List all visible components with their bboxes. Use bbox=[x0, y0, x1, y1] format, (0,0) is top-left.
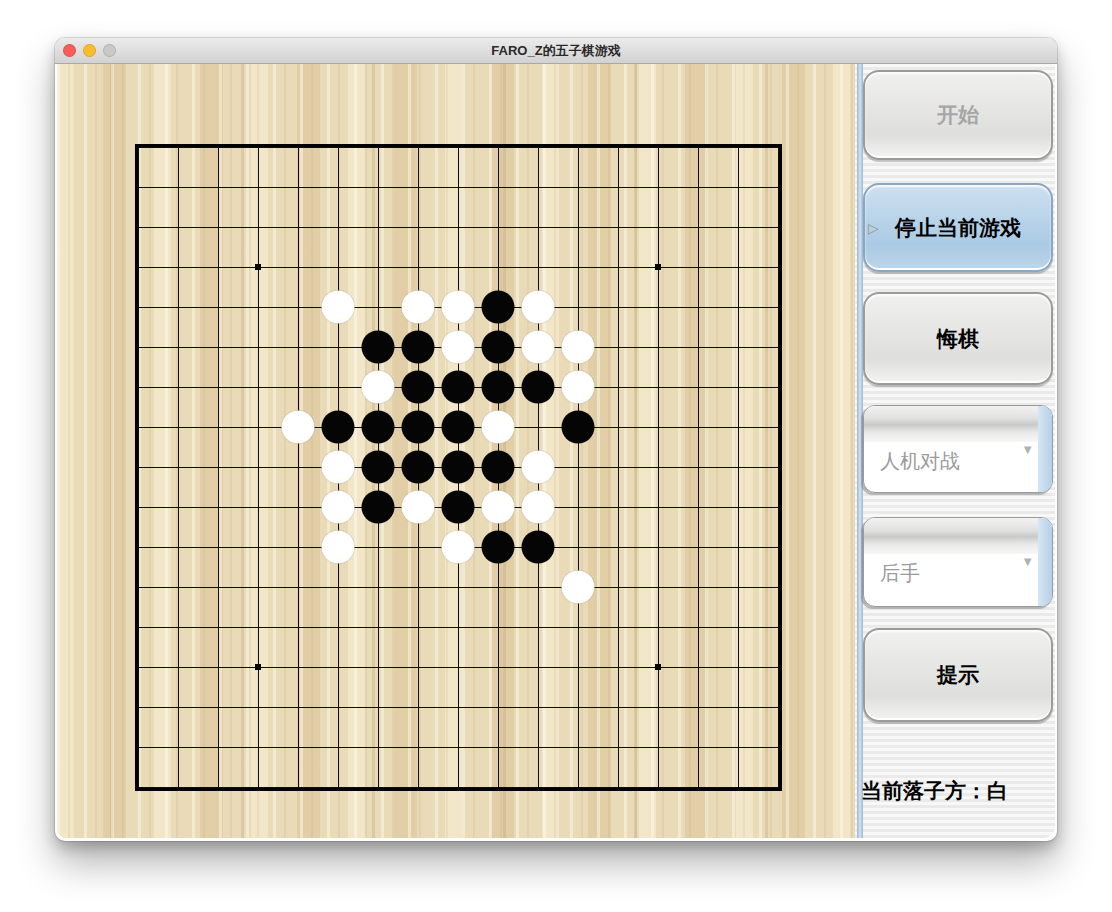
black-stone bbox=[362, 411, 395, 444]
black-stone bbox=[322, 411, 355, 444]
app-window: FARO_Z的五子棋游戏 开始 ▷ 停止当前游戏 悔棋 bbox=[55, 38, 1057, 841]
close-button-icon[interactable] bbox=[63, 44, 76, 57]
white-stone bbox=[322, 291, 355, 324]
black-stone bbox=[442, 371, 475, 404]
current-turn-label: 当前落子方：白 bbox=[861, 777, 1008, 805]
start-button[interactable]: 开始 bbox=[863, 70, 1053, 160]
black-stone bbox=[402, 411, 435, 444]
minimize-button-icon[interactable] bbox=[83, 44, 96, 57]
stop-game-button[interactable]: ▷ 停止当前游戏 bbox=[863, 183, 1053, 272]
black-stone bbox=[402, 451, 435, 484]
stone-layer bbox=[138, 147, 779, 788]
white-stone bbox=[562, 571, 595, 604]
white-stone bbox=[322, 451, 355, 484]
black-stone bbox=[442, 411, 475, 444]
undo-move-button-label: 悔棋 bbox=[937, 325, 979, 353]
black-stone bbox=[522, 371, 555, 404]
traffic-lights bbox=[63, 44, 116, 57]
window-content: 开始 ▷ 停止当前游戏 悔棋 人机对战 ▼ 后手 ▼ bbox=[57, 64, 1055, 838]
hint-button-label: 提示 bbox=[937, 661, 979, 689]
black-stone bbox=[362, 451, 395, 484]
black-stone bbox=[402, 371, 435, 404]
gomoku-board[interactable] bbox=[135, 144, 782, 791]
white-stone bbox=[442, 531, 475, 564]
white-stone bbox=[522, 291, 555, 324]
white-stone bbox=[322, 531, 355, 564]
start-button-label: 开始 bbox=[937, 101, 979, 129]
white-stone bbox=[402, 491, 435, 524]
combo-shade bbox=[864, 518, 1052, 554]
combo-scrollbar bbox=[1038, 406, 1052, 492]
player-side-select-value: 后手 bbox=[880, 560, 920, 587]
black-stone bbox=[442, 491, 475, 524]
white-stone bbox=[282, 411, 315, 444]
white-stone bbox=[522, 331, 555, 364]
chevron-down-icon: ▼ bbox=[1021, 554, 1034, 569]
black-stone bbox=[362, 331, 395, 364]
combo-shade bbox=[864, 406, 1052, 442]
stop-game-button-label: 停止当前游戏 bbox=[895, 214, 1021, 242]
game-mode-select-value: 人机对战 bbox=[880, 448, 960, 475]
white-stone bbox=[402, 291, 435, 324]
black-stone bbox=[562, 411, 595, 444]
white-stone bbox=[442, 291, 475, 324]
undo-move-button[interactable]: 悔棋 bbox=[863, 292, 1053, 385]
black-stone bbox=[482, 451, 515, 484]
title-bar: FARO_Z的五子棋游戏 bbox=[55, 38, 1057, 64]
black-stone bbox=[482, 291, 515, 324]
white-stone bbox=[322, 491, 355, 524]
player-side-select[interactable]: 后手 ▼ bbox=[863, 517, 1053, 607]
chevron-down-icon: ▼ bbox=[1021, 442, 1034, 457]
white-stone bbox=[562, 331, 595, 364]
black-stone bbox=[362, 491, 395, 524]
white-stone bbox=[362, 371, 395, 404]
white-stone bbox=[482, 411, 515, 444]
hint-button[interactable]: 提示 bbox=[863, 628, 1053, 722]
zoom-button-icon[interactable] bbox=[103, 44, 116, 57]
combo-scrollbar bbox=[1038, 518, 1052, 606]
black-stone bbox=[522, 531, 555, 564]
white-stone bbox=[522, 451, 555, 484]
wood-background bbox=[57, 64, 855, 838]
white-stone bbox=[562, 371, 595, 404]
focus-arrow-icon: ▷ bbox=[868, 220, 879, 236]
black-stone bbox=[482, 371, 515, 404]
window-title: FARO_Z的五子棋游戏 bbox=[55, 38, 1057, 64]
white-stone bbox=[522, 491, 555, 524]
black-stone bbox=[482, 331, 515, 364]
black-stone bbox=[482, 531, 515, 564]
white-stone bbox=[442, 331, 475, 364]
black-stone bbox=[442, 451, 475, 484]
white-stone bbox=[482, 491, 515, 524]
game-mode-select[interactable]: 人机对战 ▼ bbox=[863, 405, 1053, 493]
control-sidebar: 开始 ▷ 停止当前游戏 悔棋 人机对战 ▼ 后手 ▼ bbox=[855, 64, 1055, 838]
black-stone bbox=[402, 331, 435, 364]
